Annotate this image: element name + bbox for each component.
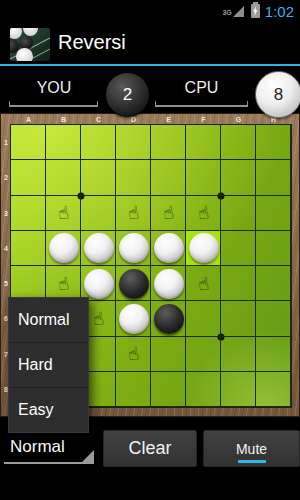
row-label: 4 <box>1 231 11 266</box>
cell-H8[interactable] <box>256 372 291 407</box>
cell-B4[interactable] <box>46 231 81 266</box>
title-bar: Reversi <box>0 22 300 66</box>
column-label: A <box>11 114 46 125</box>
cell-E3[interactable]: ☝ <box>151 196 186 231</box>
cell-D8[interactable] <box>116 372 151 407</box>
bottom-bar: Normal Clear Mute <box>0 428 300 472</box>
tap-hint-icon: ☝ <box>57 274 70 293</box>
cell-H6[interactable] <box>256 301 291 336</box>
difficulty-menu: Normal Hard Easy <box>8 297 89 433</box>
cell-D2[interactable] <box>116 160 151 195</box>
cell-F3[interactable]: ☝ <box>186 196 221 231</box>
icon-white-disc <box>16 48 33 61</box>
lightning-bolt-icon <box>252 6 259 16</box>
column-label: B <box>46 114 81 125</box>
tap-hint-icon: ☝ <box>127 204 140 223</box>
cell-G5[interactable] <box>221 266 256 301</box>
reversi-app-screen: 3G 1:02 Reversi YOU 2 CPU 8 <box>0 0 300 500</box>
white-disc <box>84 233 114 263</box>
tap-hint-icon: ☝ <box>57 204 70 223</box>
app-icon <box>10 28 50 61</box>
you-score-value: 2 <box>123 85 132 105</box>
cell-D6[interactable] <box>116 301 151 336</box>
row-label: 3 <box>1 196 11 231</box>
cell-E2[interactable] <box>151 160 186 195</box>
cell-G4[interactable] <box>221 231 256 266</box>
cell-E7[interactable] <box>151 337 186 372</box>
cell-G8[interactable] <box>221 372 256 407</box>
cell-C4[interactable] <box>81 231 116 266</box>
tap-hint-icon: ☝ <box>92 309 105 328</box>
white-disc <box>154 233 184 263</box>
menu-item-easy[interactable]: Easy <box>9 387 88 432</box>
row-label: 5 <box>1 266 11 301</box>
cell-E6[interactable] <box>151 301 186 336</box>
cell-B1[interactable] <box>46 125 81 160</box>
white-disc <box>189 233 219 263</box>
cell-D1[interactable] <box>116 125 151 160</box>
spinner-underline <box>4 462 94 464</box>
cpu-underline <box>155 105 248 107</box>
tap-hint-icon: ☝ <box>162 204 175 223</box>
white-disc <box>49 233 79 263</box>
tap-hint-icon: ☝ <box>127 345 140 364</box>
menu-item-normal[interactable]: Normal <box>9 298 88 342</box>
icon-white-disc <box>23 28 38 36</box>
cell-F7[interactable] <box>186 337 221 372</box>
column-label: E <box>151 114 186 125</box>
cell-F6[interactable] <box>186 301 221 336</box>
cell-F5[interactable]: ☝ <box>186 266 221 301</box>
menu-item-hard[interactable]: Hard <box>9 342 88 387</box>
cell-D7[interactable]: ☝ <box>116 337 151 372</box>
cell-G2[interactable] <box>221 160 256 195</box>
row-label: 2 <box>1 160 11 195</box>
cell-C3[interactable] <box>81 196 116 231</box>
cell-C1[interactable] <box>81 125 116 160</box>
cpu-score-badge: 8 <box>255 71 300 118</box>
cell-A3[interactable] <box>11 196 46 231</box>
row-label: 1 <box>1 125 11 160</box>
cell-E8[interactable] <box>151 372 186 407</box>
cell-H7[interactable] <box>256 337 291 372</box>
column-label: C <box>81 114 116 125</box>
cellular-signal-icon: 3G <box>222 6 243 17</box>
white-disc <box>154 269 184 299</box>
cpu-score-value: 8 <box>274 85 283 105</box>
cell-G6[interactable] <box>221 301 256 336</box>
you-label: YOU <box>10 79 98 97</box>
black-disc <box>119 269 149 299</box>
clear-button[interactable]: Clear <box>103 430 197 467</box>
difficulty-spinner-value: Normal <box>10 437 65 457</box>
mute-on-indicator <box>238 460 266 463</box>
cell-A4[interactable] <box>11 231 46 266</box>
column-label: F <box>186 114 221 125</box>
cell-G1[interactable] <box>221 125 256 160</box>
status-bar: 3G 1:02 <box>0 0 300 22</box>
tap-hint-icon: ☝ <box>197 204 210 223</box>
cell-E4[interactable] <box>151 231 186 266</box>
cell-H4[interactable] <box>256 231 291 266</box>
mute-button-label: Mute <box>236 441 267 457</box>
cell-F4[interactable] <box>186 231 221 266</box>
cell-A5[interactable] <box>11 266 46 301</box>
cell-F2[interactable] <box>186 160 221 195</box>
cell-H5[interactable] <box>256 266 291 301</box>
difficulty-spinner[interactable]: Normal <box>4 430 94 466</box>
battery-charging-icon <box>251 4 260 18</box>
white-disc <box>84 269 114 299</box>
cell-B5[interactable]: ☝ <box>46 266 81 301</box>
network-type-label: 3G <box>222 9 231 17</box>
cell-A1[interactable] <box>11 125 46 160</box>
white-disc <box>119 304 149 334</box>
column-labels: ABCDEFGH <box>11 114 291 125</box>
cell-E1[interactable] <box>151 125 186 160</box>
mute-toggle-button[interactable]: Mute <box>203 430 300 467</box>
tap-hint-icon: ☝ <box>197 274 210 293</box>
cell-A2[interactable] <box>11 160 46 195</box>
you-score-badge: 2 <box>105 72 150 117</box>
cell-B3[interactable]: ☝ <box>46 196 81 231</box>
cell-G7[interactable] <box>221 337 256 372</box>
cell-F8[interactable] <box>186 372 221 407</box>
cell-D5[interactable] <box>116 266 151 301</box>
score-bar: YOU 2 CPU 8 <box>0 66 300 113</box>
black-disc <box>154 304 184 334</box>
cell-H2[interactable] <box>256 160 291 195</box>
clear-button-label: Clear <box>128 438 171 459</box>
cell-H1[interactable] <box>256 125 291 160</box>
cell-D4[interactable] <box>116 231 151 266</box>
white-disc <box>119 233 149 263</box>
cell-C2[interactable] <box>81 160 116 195</box>
cell-E5[interactable] <box>151 266 186 301</box>
cell-D3[interactable]: ☝ <box>116 196 151 231</box>
status-clock: 1:02 <box>265 3 294 20</box>
page-title: Reversi <box>58 31 126 54</box>
cell-F1[interactable] <box>186 125 221 160</box>
cell-C5[interactable] <box>81 266 116 301</box>
signal-triangle-icon <box>233 6 244 17</box>
cell-B2[interactable] <box>46 160 81 195</box>
cpu-label: CPU <box>155 79 248 97</box>
cell-H3[interactable] <box>256 196 291 231</box>
cell-G3[interactable] <box>221 196 256 231</box>
column-label: G <box>221 114 256 125</box>
you-underline <box>9 105 98 107</box>
spinner-caret-icon <box>82 450 94 462</box>
